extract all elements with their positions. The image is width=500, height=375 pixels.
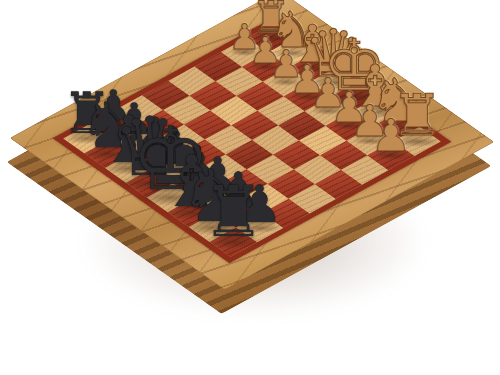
chess-set-photo: ♜♞♝♛♚♝♞♜♟♟♟♟♟♟♟♟♟♟♟♟♟♟♟♟♜♞♝♛♚♝♞♜: [0, 0, 500, 375]
piece-white-pawn-h2[interactable]: ♟: [341, 114, 441, 159]
piece-black-rook-h8[interactable]: ♜: [183, 177, 283, 247]
